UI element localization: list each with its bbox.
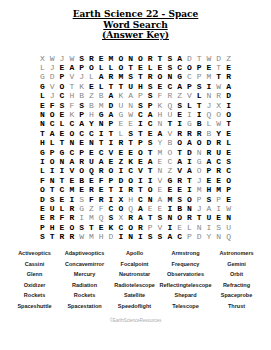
grid-cell: N bbox=[194, 223, 204, 232]
grid-cell: R bbox=[87, 54, 97, 63]
grid-cell: N bbox=[38, 110, 48, 119]
grid-cell: K bbox=[77, 82, 87, 91]
grid-cell: S bbox=[47, 194, 57, 203]
grid-cell: P bbox=[47, 147, 57, 156]
grid-cell: R bbox=[87, 185, 97, 194]
grid-cell: W bbox=[214, 119, 224, 128]
grid-cell: K bbox=[155, 100, 165, 109]
grid-cell: C bbox=[136, 110, 146, 119]
grid-cell: E bbox=[77, 138, 87, 147]
grid-cell: H bbox=[47, 223, 57, 232]
grid-cell: T bbox=[57, 176, 67, 185]
grid-cell: A bbox=[96, 157, 106, 166]
grid-cell: E bbox=[214, 213, 224, 222]
grid-cell: E bbox=[165, 185, 175, 194]
grid-cell: D bbox=[214, 54, 224, 63]
grid-cell: L bbox=[184, 100, 194, 109]
grid-cell: I bbox=[106, 138, 116, 147]
grid-cell: T bbox=[57, 138, 67, 147]
grid-cell: B bbox=[96, 91, 106, 100]
grid-cell: P bbox=[57, 72, 67, 81]
word-list-item: Reflectingtelescope bbox=[160, 282, 212, 288]
grid-cell: E bbox=[136, 63, 146, 72]
grid-cell: U bbox=[116, 100, 126, 109]
grid-cell: Q bbox=[224, 232, 234, 241]
grid-cell: I bbox=[96, 129, 106, 138]
grid-cell: I bbox=[184, 185, 194, 194]
grid-cell: P bbox=[184, 82, 194, 91]
grid-cell: C bbox=[67, 147, 77, 156]
grid-cell: L bbox=[194, 91, 204, 100]
grid-cell: O bbox=[224, 176, 234, 185]
grid-cell: C bbox=[145, 119, 155, 128]
grid-cell: S bbox=[126, 129, 136, 138]
word-list-item: Gemini bbox=[211, 261, 261, 267]
grid-cell: I bbox=[136, 176, 146, 185]
grid-cell: V bbox=[47, 82, 57, 91]
grid-cell: T bbox=[155, 54, 165, 63]
grid-cell: R bbox=[116, 138, 126, 147]
grid-cell: G bbox=[38, 72, 48, 81]
grid-cell: R bbox=[126, 213, 136, 222]
grid-cell: T bbox=[106, 185, 116, 194]
grid-cell: Q bbox=[165, 100, 175, 109]
grid-cell: F bbox=[96, 204, 106, 213]
grid-cell: T bbox=[145, 213, 155, 222]
grid-cell: O bbox=[175, 213, 185, 222]
grid-cell: A bbox=[67, 157, 77, 166]
grid-cell: D bbox=[116, 176, 126, 185]
grid-cell: E bbox=[155, 157, 165, 166]
grid-cell: G bbox=[184, 119, 194, 128]
grid-cell: L bbox=[116, 129, 126, 138]
grid-cell: T bbox=[116, 82, 126, 91]
word-list-item: Spaceprobe bbox=[211, 292, 261, 298]
grid-cell: P bbox=[194, 72, 204, 81]
grid-cell: T bbox=[67, 82, 77, 91]
grid-cell: Q bbox=[96, 213, 106, 222]
grid-cell: V bbox=[67, 72, 77, 81]
grid-cell: E bbox=[224, 147, 234, 156]
grid-cell: U bbox=[214, 147, 224, 156]
word-list-item: Rockets bbox=[10, 292, 60, 298]
grid-cell: D bbox=[194, 232, 204, 241]
grid-cell: B bbox=[204, 129, 214, 138]
grid-cell: P bbox=[38, 223, 48, 232]
grid-cell: Z bbox=[116, 157, 126, 166]
grid-cell: G bbox=[175, 72, 185, 81]
grid-cell: L bbox=[57, 119, 67, 128]
grid-cell: E bbox=[67, 176, 77, 185]
grid-cell: P bbox=[194, 63, 204, 72]
grid-cell: D bbox=[106, 100, 116, 109]
grid-cell: E bbox=[87, 82, 97, 91]
grid-cell: C bbox=[57, 91, 67, 100]
grid-cell: M bbox=[67, 185, 77, 194]
grid-cell: E bbox=[155, 63, 165, 72]
title-line-1: Earth Science 22 - Space bbox=[0, 9, 271, 20]
grid-cell: S bbox=[145, 91, 155, 100]
grid-cell: E bbox=[96, 223, 106, 232]
grid-cell: A bbox=[204, 157, 214, 166]
grid-cell: L bbox=[57, 204, 67, 213]
grid-cell: R bbox=[96, 194, 106, 203]
grid-cell: W bbox=[224, 204, 234, 213]
grid-cell: F bbox=[67, 100, 77, 109]
grid-cell: C bbox=[224, 166, 234, 175]
grid-cell: W bbox=[47, 54, 57, 63]
grid-cell: O bbox=[57, 82, 67, 91]
grid-cell: C bbox=[165, 82, 175, 91]
grid-cell: B bbox=[175, 204, 185, 213]
word-list-item: Astronomers bbox=[211, 250, 261, 256]
grid-cell: D bbox=[47, 72, 57, 81]
grid-cell: I bbox=[57, 166, 67, 175]
grid-cell: R bbox=[165, 91, 175, 100]
grid-cell: P bbox=[136, 91, 146, 100]
word-list-item: Neutronstar bbox=[110, 271, 160, 277]
grid-cell: A bbox=[145, 110, 155, 119]
grid-cell: R bbox=[175, 129, 185, 138]
word-list-item: Armstrong bbox=[160, 250, 212, 256]
grid-cell: F bbox=[155, 91, 165, 100]
word-list-item: Orbit bbox=[211, 271, 261, 277]
grid-cell: N bbox=[38, 119, 48, 128]
grid-cell: T bbox=[145, 166, 155, 175]
grid-cell: E bbox=[136, 157, 146, 166]
grid-cell: T bbox=[136, 129, 146, 138]
grid-cell: Q bbox=[126, 204, 136, 213]
grid-cell: F bbox=[87, 194, 97, 203]
grid-cell: A bbox=[96, 72, 106, 81]
grid-cell: A bbox=[145, 157, 155, 166]
grid-cell: H bbox=[96, 232, 106, 241]
grid-cell: R bbox=[77, 157, 87, 166]
grid-cell: L bbox=[87, 72, 97, 81]
grid-cell: T bbox=[87, 223, 97, 232]
grid-cell: S bbox=[194, 82, 204, 91]
grid-cell: D bbox=[184, 54, 194, 63]
grid-cell: O bbox=[47, 110, 57, 119]
grid-cell: O bbox=[116, 204, 126, 213]
grid-cell: O bbox=[155, 72, 165, 81]
grid-cell: E bbox=[145, 129, 155, 138]
grid-cell: S bbox=[155, 232, 165, 241]
grid-cell: N bbox=[184, 204, 194, 213]
grid-cell: V bbox=[106, 147, 116, 156]
grid-cell: I bbox=[116, 185, 126, 194]
grid-cell: R bbox=[214, 138, 224, 147]
grid-cell: S bbox=[77, 54, 87, 63]
grid-cell: A bbox=[136, 213, 146, 222]
grid-cell: N bbox=[204, 91, 214, 100]
grid-cell: S bbox=[155, 213, 165, 222]
grid-cell: E bbox=[38, 100, 48, 109]
grid-cell: B bbox=[165, 138, 175, 147]
grid-cell: L bbox=[38, 63, 48, 72]
grid-cell: E bbox=[38, 213, 48, 222]
grid-cell: H bbox=[204, 185, 214, 194]
word-list-item: Cassini bbox=[10, 261, 60, 267]
grid-cell: J bbox=[47, 63, 57, 72]
grid-cell: F bbox=[96, 176, 106, 185]
grid-cell: E bbox=[57, 63, 67, 72]
grid-cell: J bbox=[57, 54, 67, 63]
grid-cell: E bbox=[155, 204, 165, 213]
grid-cell: A bbox=[224, 82, 234, 91]
grid-cell: P bbox=[77, 110, 87, 119]
grid-cell: C bbox=[116, 223, 126, 232]
grid-cell: C bbox=[136, 194, 146, 203]
grid-cell: D bbox=[204, 138, 214, 147]
grid-cell: E bbox=[106, 157, 116, 166]
footer-credit: ©EarthScienceResources bbox=[0, 318, 271, 323]
grid-cell: R bbox=[184, 213, 194, 222]
grid-cell: F bbox=[38, 176, 48, 185]
grid-cell: J bbox=[77, 72, 87, 81]
grid-cell: P bbox=[194, 194, 204, 203]
word-list-item: Satellite bbox=[110, 292, 160, 298]
grid-cell: Z bbox=[224, 54, 234, 63]
grid-cell: E bbox=[204, 176, 214, 185]
grid-cell: C bbox=[87, 129, 97, 138]
grid-cell: Y bbox=[204, 232, 214, 241]
grid-cell: R bbox=[145, 54, 155, 63]
page-title: Earth Science 22 - Space Word Search (An… bbox=[0, 0, 271, 41]
grid-cell: R bbox=[126, 185, 136, 194]
word-search-grid: XWJWSREMONORTSADTWDZLJEAPOLLOTELESCOPETE… bbox=[0, 54, 271, 242]
grid-cell: T bbox=[136, 185, 146, 194]
word-list-item: Shepard bbox=[160, 292, 212, 298]
word-list-item: Oxidizer bbox=[10, 282, 60, 288]
grid-cell: E bbox=[57, 194, 67, 203]
grid-cell: I bbox=[194, 110, 204, 119]
grid-cell: T bbox=[126, 138, 136, 147]
grid-cell: E bbox=[87, 147, 97, 156]
grid-cell: O bbox=[116, 54, 126, 63]
grid-cell: G bbox=[116, 110, 126, 119]
grid-cell: D bbox=[184, 147, 194, 156]
grid-cell: A bbox=[136, 204, 146, 213]
grid-cell: E bbox=[175, 110, 185, 119]
grid-cell: E bbox=[57, 129, 67, 138]
grid-cell: S bbox=[165, 54, 175, 63]
grid-cell: A bbox=[47, 129, 57, 138]
grid-cell: E bbox=[214, 176, 224, 185]
grid-cell: G bbox=[194, 157, 204, 166]
grid-cell: C bbox=[126, 166, 136, 175]
grid-cell: B bbox=[194, 119, 204, 128]
grid-cell: G bbox=[96, 110, 106, 119]
grid-cell: E bbox=[116, 119, 126, 128]
grid-cell: R bbox=[67, 232, 77, 241]
grid-cell: S bbox=[126, 72, 136, 81]
grid-cell: G bbox=[38, 147, 48, 156]
grid-cell: T bbox=[224, 119, 234, 128]
grid-cell: C bbox=[96, 147, 106, 156]
grid-cell: N bbox=[87, 138, 97, 147]
grid-cell: G bbox=[165, 176, 175, 185]
word-list-item: Apollo bbox=[110, 250, 160, 256]
grid-cell: J bbox=[47, 91, 57, 100]
grid-cell: I bbox=[38, 157, 48, 166]
grid-cell: L bbox=[38, 166, 48, 175]
grid-cell: O bbox=[87, 63, 97, 72]
grid-cell: K bbox=[116, 91, 126, 100]
grid-cell: I bbox=[136, 232, 146, 241]
grid-cell: C bbox=[106, 204, 116, 213]
grid-cell: I bbox=[165, 204, 175, 213]
grid-cell: E bbox=[204, 63, 214, 72]
grid-cell: E bbox=[57, 223, 67, 232]
grid-cell: U bbox=[204, 213, 214, 222]
grid-cell: A bbox=[106, 110, 116, 119]
grid-cell: E bbox=[38, 204, 48, 213]
grid-cell: I bbox=[204, 223, 214, 232]
grid-cell: R bbox=[96, 166, 106, 175]
grid-cell: B bbox=[77, 91, 87, 100]
grid-cell: C bbox=[214, 157, 224, 166]
grid-cell: A bbox=[184, 138, 194, 147]
grid-cell: S bbox=[57, 100, 67, 109]
grid-cell: E bbox=[96, 185, 106, 194]
grid-cell: C bbox=[67, 119, 77, 128]
grid-cell: M bbox=[116, 72, 126, 81]
grid-cell: P bbox=[184, 232, 194, 241]
grid-cell: L bbox=[38, 91, 48, 100]
grid-cell: N bbox=[165, 213, 175, 222]
grid-cell: R bbox=[136, 223, 146, 232]
grid-cell: A bbox=[77, 119, 87, 128]
grid-cell: N bbox=[145, 194, 155, 203]
grid-cell: M bbox=[155, 147, 165, 156]
grid-cell: V bbox=[155, 176, 165, 185]
grid-cell: O bbox=[184, 63, 194, 72]
grid-cell: M bbox=[96, 100, 106, 109]
grid-cell: T bbox=[47, 232, 57, 241]
grid-cell: T bbox=[184, 176, 194, 185]
grid-cell: R bbox=[175, 176, 185, 185]
word-list-item: Mercury bbox=[60, 271, 110, 277]
grid-cell: A bbox=[204, 204, 214, 213]
grid-cell: I bbox=[214, 204, 224, 213]
grid-cell: I bbox=[224, 100, 234, 109]
grid-cell: D bbox=[106, 232, 116, 241]
grid-cell: R bbox=[184, 129, 194, 138]
grid-cell: S bbox=[145, 138, 155, 147]
grid-cell: O bbox=[214, 110, 224, 119]
grid-cell: I bbox=[116, 232, 126, 241]
grid-cell: J bbox=[194, 204, 204, 213]
grid-cell: X bbox=[116, 194, 126, 203]
grid-cell: L bbox=[204, 119, 214, 128]
grid-cell: Z bbox=[87, 91, 97, 100]
grid-cell: W bbox=[77, 232, 87, 241]
grid-cell: E bbox=[175, 185, 185, 194]
grid-cell: Z bbox=[87, 204, 97, 213]
grid-cell: P bbox=[77, 147, 87, 156]
word-list-item: Thrust bbox=[211, 303, 261, 309]
grid-cell: N bbox=[126, 100, 136, 109]
grid-cell: S bbox=[145, 232, 155, 241]
grid-cell: O bbox=[126, 176, 136, 185]
grid-cell: R bbox=[194, 129, 204, 138]
grid-cell: E bbox=[224, 129, 234, 138]
grid-cell: O bbox=[136, 54, 146, 63]
grid-cell: N bbox=[47, 176, 57, 185]
grid-cell: C bbox=[175, 63, 185, 72]
grid-cell: R bbox=[224, 72, 234, 81]
grid-cell: T bbox=[194, 54, 204, 63]
grid-cell: K bbox=[67, 110, 77, 119]
grid-cell: S bbox=[204, 194, 214, 203]
grid-cell: O bbox=[165, 147, 175, 156]
grid-cell: L bbox=[96, 82, 106, 91]
grid-cell: J bbox=[194, 176, 204, 185]
word-bank: ActiveopticsAdaptiveopticsApolloArmstron… bbox=[10, 250, 262, 309]
grid-cell: E bbox=[116, 147, 126, 156]
grid-cell: I bbox=[184, 110, 194, 119]
grid-cell: P bbox=[145, 100, 155, 109]
grid-cell: U bbox=[126, 82, 136, 91]
grid-cell: A bbox=[155, 129, 165, 138]
grid-cell: Y bbox=[214, 129, 224, 138]
grid-cell: M bbox=[214, 185, 224, 194]
grid-cell: A bbox=[184, 166, 194, 175]
grid-cell: M bbox=[106, 54, 116, 63]
grid-cell: D bbox=[224, 91, 234, 100]
grid-cell: T bbox=[106, 82, 116, 91]
grid-cell: S bbox=[224, 157, 234, 166]
grid-cell: P bbox=[106, 119, 116, 128]
grid-cell: N bbox=[214, 232, 224, 241]
grid-cell: T bbox=[194, 100, 204, 109]
grid-cell: L bbox=[96, 63, 106, 72]
grid-cell: C bbox=[175, 232, 185, 241]
grid-cell: I bbox=[106, 194, 116, 203]
grid-cell: R bbox=[214, 91, 224, 100]
grid-cell: P bbox=[136, 138, 146, 147]
word-list-item: Observatories bbox=[160, 271, 212, 277]
grid-cell: E bbox=[96, 54, 106, 63]
grid-cell: I bbox=[184, 157, 194, 166]
grid-cell: X bbox=[116, 213, 126, 222]
word-list-item: Adaptiveoptics bbox=[60, 250, 110, 256]
grid-cell: N bbox=[165, 72, 175, 81]
grid-cell: H bbox=[67, 91, 77, 100]
grid-cell: L bbox=[145, 63, 155, 72]
grid-cell: P bbox=[224, 185, 234, 194]
grid-cell: M bbox=[194, 185, 204, 194]
grid-cell: T bbox=[96, 138, 106, 147]
grid-cell: O bbox=[184, 194, 194, 203]
grid-cell: T bbox=[126, 63, 136, 72]
grid-cell: E bbox=[87, 176, 97, 185]
grid-cell: A bbox=[175, 54, 185, 63]
grid-cell: I bbox=[77, 213, 87, 222]
grid-cell: U bbox=[47, 204, 57, 213]
grid-cell: A bbox=[165, 232, 175, 241]
grid-cell: N bbox=[126, 232, 136, 241]
grid-cell: N bbox=[126, 54, 136, 63]
grid-cell: B bbox=[77, 176, 87, 185]
grid-cell: L bbox=[47, 138, 57, 147]
grid-cell: O bbox=[145, 185, 155, 194]
grid-cell: F bbox=[47, 100, 57, 109]
grid-cell: S bbox=[106, 213, 116, 222]
grid-cell: O bbox=[136, 147, 146, 156]
grid-cell: I bbox=[67, 194, 77, 203]
